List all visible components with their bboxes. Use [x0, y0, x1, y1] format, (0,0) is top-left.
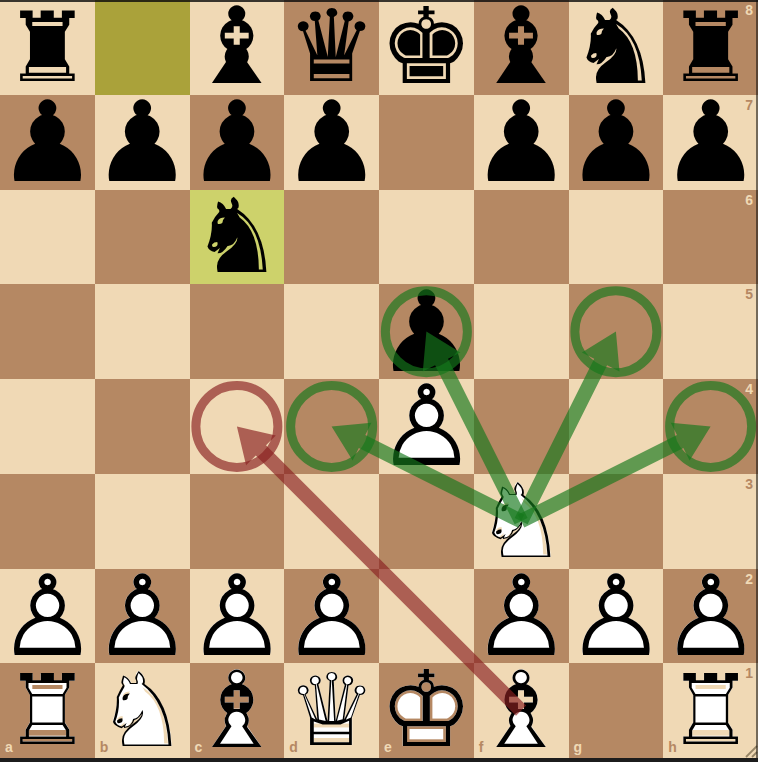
black-pawn-icon: ♟ — [0, 95, 95, 190]
square-g3[interactable] — [569, 474, 664, 569]
square-h2[interactable]: ♟♙2 — [663, 569, 758, 664]
black-bishop[interactable]: ♝♗ — [190, 0, 285, 95]
square-a4[interactable] — [0, 379, 95, 474]
square-c3[interactable] — [190, 474, 285, 569]
file-label-d: d — [289, 740, 298, 754]
square-h4[interactable]: 4 — [663, 379, 758, 474]
black-pawn[interactable]: ♟♙ — [0, 95, 95, 190]
black-bishop-icon: ♝ — [474, 0, 569, 95]
black-king-icon: ♚ — [379, 0, 474, 95]
rank-label-3: 3 — [745, 477, 753, 491]
white-pawn-icon: ♟ — [284, 569, 379, 664]
square-g8[interactable]: ♞♘ — [569, 0, 664, 95]
square-f2[interactable]: ♟♙ — [474, 569, 569, 664]
white-pawn-icon: ♟ — [663, 569, 758, 664]
square-a6[interactable] — [0, 190, 95, 285]
square-f7[interactable]: ♟♙ — [474, 95, 569, 190]
square-h1[interactable]: ♜♖1h — [663, 663, 758, 758]
white-pawn-icon: ♟ — [190, 569, 285, 664]
white-knight[interactable]: ♞♘ — [95, 663, 190, 758]
chess-board: ♜♖♝♗♛♕♚♔♝♗♞♘♜♖8♟♙♟♙♟♙♟♙♟♙♟♙♟♙7♞♘6♟♙5♟♙4♞… — [0, 0, 758, 758]
white-pawn[interactable]: ♟♙ — [284, 569, 379, 664]
black-pawn-icon: ♟ — [379, 284, 474, 379]
square-d7[interactable]: ♟♙ — [284, 95, 379, 190]
white-knight-icon: ♞ — [474, 474, 569, 569]
square-c6[interactable]: ♞♘ — [190, 190, 285, 285]
black-king[interactable]: ♚♔ — [379, 0, 474, 95]
white-rook-icon: ♜ — [663, 663, 758, 758]
square-c7[interactable]: ♟♙ — [190, 95, 285, 190]
white-rook-outline-icon: ♖ — [0, 663, 95, 758]
white-pawn[interactable]: ♟♙ — [663, 569, 758, 664]
square-h7[interactable]: ♟♙7 — [663, 95, 758, 190]
white-queen-icon: ♛ — [284, 663, 379, 758]
board-top-edge — [0, 0, 758, 2]
white-pawn[interactable]: ♟♙ — [190, 569, 285, 664]
square-f1[interactable]: ♝♗f — [474, 663, 569, 758]
square-b8[interactable] — [95, 0, 190, 95]
black-pawn[interactable]: ♟♙ — [663, 95, 758, 190]
square-f8[interactable]: ♝♗ — [474, 0, 569, 95]
white-bishop-outline-icon: ♗ — [474, 663, 569, 758]
file-label-b: b — [100, 740, 109, 754]
white-pawn-outline-icon: ♙ — [95, 569, 190, 664]
file-label-f: f — [479, 740, 484, 754]
white-pawn-outline-icon: ♙ — [0, 569, 95, 664]
black-pawn[interactable]: ♟♙ — [569, 95, 664, 190]
white-pawn-outline-icon: ♙ — [569, 569, 664, 664]
white-pawn[interactable]: ♟♙ — [95, 569, 190, 664]
rank-label-1: 1 — [745, 666, 753, 680]
white-pawn-icon: ♟ — [95, 569, 190, 664]
black-pawn[interactable]: ♟♙ — [474, 95, 569, 190]
white-rook[interactable]: ♜♖ — [0, 663, 95, 758]
white-pawn-icon: ♟ — [569, 569, 664, 664]
black-pawn[interactable]: ♟♙ — [379, 284, 474, 379]
square-e5[interactable]: ♟♙ — [379, 284, 474, 379]
square-g6[interactable] — [569, 190, 664, 285]
square-a3[interactable] — [0, 474, 95, 569]
square-e1[interactable]: ♚♔e — [379, 663, 474, 758]
white-bishop-icon: ♝ — [474, 663, 569, 758]
file-label-c: c — [195, 740, 203, 754]
white-pawn-icon: ♟ — [474, 569, 569, 664]
rank-label-5: 5 — [745, 287, 753, 301]
white-pawn-outline-icon: ♙ — [379, 379, 474, 474]
square-e7[interactable] — [379, 95, 474, 190]
white-queen[interactable]: ♛♕ — [284, 663, 379, 758]
white-pawn[interactable]: ♟♙ — [0, 569, 95, 664]
rank-label-7: 7 — [745, 98, 753, 112]
file-label-a: a — [5, 740, 13, 754]
white-knight-icon: ♞ — [95, 663, 190, 758]
black-bishop-icon: ♝ — [190, 0, 285, 95]
black-knight[interactable]: ♞♘ — [190, 190, 285, 285]
square-h6[interactable]: 6 — [663, 190, 758, 285]
square-e8[interactable]: ♚♔ — [379, 0, 474, 95]
square-a2[interactable]: ♟♙ — [0, 569, 95, 664]
square-g2[interactable]: ♟♙ — [569, 569, 664, 664]
rank-label-8: 8 — [745, 3, 753, 17]
black-rook-icon: ♜ — [663, 0, 758, 95]
square-a1[interactable]: ♜♖a — [0, 663, 95, 758]
square-h8[interactable]: ♜♖8 — [663, 0, 758, 95]
square-c5[interactable] — [190, 284, 285, 379]
square-d5[interactable] — [284, 284, 379, 379]
black-queen[interactable]: ♛♕ — [284, 0, 379, 95]
chess-app: ♜♖♝♗♛♕♚♔♝♗♞♘♜♖8♟♙♟♙♟♙♟♙♟♙♟♙♟♙7♞♘6♟♙5♟♙4♞… — [0, 0, 758, 762]
white-bishop[interactable]: ♝♗ — [474, 663, 569, 758]
white-pawn[interactable]: ♟♙ — [569, 569, 664, 664]
white-king[interactable]: ♚♔ — [379, 663, 474, 758]
rank-label-2: 2 — [745, 572, 753, 586]
white-pawn-outline-icon: ♙ — [474, 569, 569, 664]
black-rook[interactable]: ♜♖ — [0, 0, 95, 95]
white-king-outline-icon: ♔ — [379, 663, 474, 758]
black-pawn[interactable]: ♟♙ — [95, 95, 190, 190]
square-d2[interactable]: ♟♙ — [284, 569, 379, 664]
black-pawn-icon: ♟ — [569, 95, 664, 190]
black-pawn-icon: ♟ — [474, 95, 569, 190]
black-pawn-icon: ♟ — [284, 95, 379, 190]
square-g1[interactable]: g — [569, 663, 664, 758]
square-b2[interactable]: ♟♙ — [95, 569, 190, 664]
square-f4[interactable] — [474, 379, 569, 474]
square-b5[interactable] — [95, 284, 190, 379]
file-label-e: e — [384, 740, 392, 754]
square-c2[interactable]: ♟♙ — [190, 569, 285, 664]
square-c4[interactable] — [190, 379, 285, 474]
white-rook-outline-icon: ♖ — [663, 663, 758, 758]
square-a7[interactable]: ♟♙ — [0, 95, 95, 190]
black-pawn[interactable]: ♟♙ — [190, 95, 285, 190]
square-d6[interactable] — [284, 190, 379, 285]
black-bishop[interactable]: ♝♗ — [474, 0, 569, 95]
black-rook-icon: ♜ — [0, 0, 95, 95]
square-f6[interactable] — [474, 190, 569, 285]
white-pawn[interactable]: ♟♙ — [474, 569, 569, 664]
white-pawn[interactable]: ♟♙ — [379, 379, 474, 474]
black-rook[interactable]: ♜♖ — [663, 0, 758, 95]
square-d4[interactable] — [284, 379, 379, 474]
square-c8[interactable]: ♝♗ — [190, 0, 285, 95]
white-knight[interactable]: ♞♘ — [474, 474, 569, 569]
square-h5[interactable]: 5 — [663, 284, 758, 379]
square-d8[interactable]: ♛♕ — [284, 0, 379, 95]
white-pawn-outline-icon: ♙ — [190, 569, 285, 664]
white-knight-outline-icon: ♘ — [474, 474, 569, 569]
square-e6[interactable] — [379, 190, 474, 285]
rank-label-4: 4 — [745, 382, 753, 396]
white-pawn-outline-icon: ♙ — [663, 569, 758, 664]
white-bishop-icon: ♝ — [190, 663, 285, 758]
black-knight-icon: ♞ — [569, 0, 664, 95]
black-knight-icon: ♞ — [190, 190, 285, 285]
white-king-icon: ♚ — [379, 663, 474, 758]
square-e2[interactable] — [379, 569, 474, 664]
white-queen-outline-icon: ♕ — [284, 663, 379, 758]
square-g4[interactable] — [569, 379, 664, 474]
white-rook[interactable]: ♜♖ — [663, 663, 758, 758]
white-pawn-icon: ♟ — [0, 569, 95, 664]
black-pawn-icon: ♟ — [95, 95, 190, 190]
file-label-h: h — [668, 740, 677, 754]
square-f5[interactable] — [474, 284, 569, 379]
square-d3[interactable] — [284, 474, 379, 569]
white-bishop[interactable]: ♝♗ — [190, 663, 285, 758]
black-queen-icon: ♛ — [284, 0, 379, 95]
square-b7[interactable]: ♟♙ — [95, 95, 190, 190]
rank-label-6: 6 — [745, 193, 753, 207]
square-b6[interactable] — [95, 190, 190, 285]
black-pawn-icon: ♟ — [190, 95, 285, 190]
square-a5[interactable] — [0, 284, 95, 379]
square-f3[interactable]: ♞♘ — [474, 474, 569, 569]
white-bishop-outline-icon: ♗ — [190, 663, 285, 758]
square-b3[interactable] — [95, 474, 190, 569]
square-c1[interactable]: ♝♗c — [190, 663, 285, 758]
white-pawn-icon: ♟ — [379, 379, 474, 474]
white-pawn-outline-icon: ♙ — [284, 569, 379, 664]
square-h3[interactable]: 3 — [663, 474, 758, 569]
white-knight-outline-icon: ♘ — [95, 663, 190, 758]
white-rook-icon: ♜ — [0, 663, 95, 758]
square-g5[interactable] — [569, 284, 664, 379]
square-a8[interactable]: ♜♖ — [0, 0, 95, 95]
square-b1[interactable]: ♞♘b — [95, 663, 190, 758]
square-b4[interactable] — [95, 379, 190, 474]
square-d1[interactable]: ♛♕d — [284, 663, 379, 758]
black-knight[interactable]: ♞♘ — [569, 0, 664, 95]
square-e3[interactable] — [379, 474, 474, 569]
square-g7[interactable]: ♟♙ — [569, 95, 664, 190]
black-pawn[interactable]: ♟♙ — [284, 95, 379, 190]
black-pawn-icon: ♟ — [663, 95, 758, 190]
file-label-g: g — [574, 740, 583, 754]
square-e4[interactable]: ♟♙ — [379, 379, 474, 474]
